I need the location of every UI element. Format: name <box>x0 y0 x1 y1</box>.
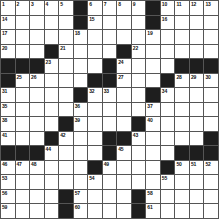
cell-14-11[interactable]: 58 <box>146 190 160 204</box>
cell-2-13[interactable] <box>175 16 189 30</box>
clue-number-7: 7 <box>104 1 107 7</box>
cell-9-12[interactable] <box>161 117 175 131</box>
cell-2-4[interactable] <box>45 16 59 30</box>
cell-3-14[interactable] <box>190 30 204 44</box>
clue-number-59: 59 <box>2 204 7 210</box>
black-cell-4-9 <box>117 45 131 59</box>
cell-12-4[interactable] <box>45 161 59 175</box>
cell-13-12[interactable]: 55 <box>161 175 175 189</box>
cell-5-12[interactable] <box>161 59 175 73</box>
black-cell-10-4 <box>45 132 59 146</box>
cell-7-5[interactable] <box>59 88 73 102</box>
cell-4-2[interactable] <box>16 45 30 59</box>
cell-15-4[interactable] <box>45 204 59 218</box>
cell-7-4[interactable] <box>45 88 59 102</box>
cell-13-3[interactable] <box>30 175 44 189</box>
cell-6-5[interactable] <box>59 74 73 88</box>
cell-2-2[interactable] <box>16 16 30 30</box>
black-cell-9-10 <box>132 117 146 131</box>
cell-5-7[interactable] <box>88 59 102 73</box>
cell-10-2[interactable] <box>16 132 30 146</box>
cell-14-3[interactable] <box>30 190 44 204</box>
cell-9-3[interactable] <box>30 117 44 131</box>
clue-number-43: 43 <box>133 132 138 138</box>
clue-number-54: 54 <box>89 175 94 181</box>
cell-14-4[interactable] <box>45 190 59 204</box>
black-cell-6-8 <box>103 74 117 88</box>
cell-8-3[interactable] <box>30 103 44 117</box>
clue-number-9: 9 <box>133 1 136 7</box>
cell-12-6[interactable] <box>74 161 88 175</box>
cell-9-14[interactable] <box>190 117 204 131</box>
black-cell-11-14 <box>190 146 204 160</box>
cell-1-13[interactable]: 11 <box>175 1 189 15</box>
black-cell-11-1 <box>1 146 15 160</box>
cell-1-14[interactable]: 12 <box>190 1 204 15</box>
cell-11-5[interactable] <box>59 146 73 160</box>
cell-6-15[interactable]: 30 <box>204 74 218 88</box>
cell-13-15[interactable] <box>204 175 218 189</box>
clue-number-57: 57 <box>75 190 80 196</box>
black-cell-5-8 <box>103 59 117 73</box>
clue-number-16: 16 <box>162 16 167 22</box>
cell-7-13[interactable] <box>175 88 189 102</box>
cell-11-4[interactable]: 44 <box>45 146 59 160</box>
clue-number-51: 51 <box>191 161 196 167</box>
cell-3-3[interactable] <box>30 30 44 44</box>
cell-12-3[interactable]: 48 <box>30 161 44 175</box>
black-cell-5-3 <box>30 59 44 73</box>
cell-7-15[interactable] <box>204 88 218 102</box>
black-cell-7-6 <box>74 88 88 102</box>
black-cell-12-7 <box>88 161 102 175</box>
cell-4-5[interactable]: 21 <box>59 45 73 59</box>
cell-3-8[interactable] <box>103 30 117 44</box>
black-cell-5-15 <box>204 59 218 73</box>
black-cell-1-11 <box>146 1 160 15</box>
cell-13-6[interactable] <box>74 175 88 189</box>
cell-2-7[interactable]: 15 <box>88 16 102 30</box>
cell-1-10[interactable]: 9 <box>132 1 146 15</box>
clue-number-25: 25 <box>17 74 22 80</box>
clue-number-5: 5 <box>60 1 63 7</box>
cell-1-2[interactable]: 2 <box>16 1 30 15</box>
clue-number-55: 55 <box>162 175 167 181</box>
black-cell-5-13 <box>175 59 189 73</box>
cell-2-9[interactable] <box>117 16 131 30</box>
cell-10-3[interactable] <box>30 132 44 146</box>
black-cell-6-12 <box>161 74 175 88</box>
cell-13-1[interactable]: 53 <box>1 175 15 189</box>
cell-8-14[interactable] <box>190 103 204 117</box>
cell-8-7[interactable] <box>88 103 102 117</box>
clue-number-29: 29 <box>191 74 196 80</box>
clue-number-17: 17 <box>2 30 7 36</box>
black-cell-5-14 <box>190 59 204 73</box>
cell-7-9[interactable] <box>117 88 131 102</box>
cell-1-9[interactable]: 8 <box>117 1 131 15</box>
clue-number-42: 42 <box>60 132 65 138</box>
cell-9-15[interactable] <box>204 117 218 131</box>
cell-13-9[interactable] <box>117 175 131 189</box>
cell-13-13[interactable] <box>175 175 189 189</box>
black-cell-11-8 <box>103 146 117 160</box>
cell-5-4[interactable]: 23 <box>45 59 59 73</box>
cell-5-5[interactable] <box>59 59 73 73</box>
cell-8-9[interactable] <box>117 103 131 117</box>
clue-number-28: 28 <box>176 74 181 80</box>
cell-6-11[interactable] <box>146 74 160 88</box>
cell-4-11[interactable] <box>146 45 160 59</box>
cell-8-13[interactable] <box>175 103 189 117</box>
cell-3-10[interactable] <box>132 30 146 44</box>
cell-14-6[interactable]: 57 <box>74 190 88 204</box>
clue-number-35: 35 <box>2 103 7 109</box>
black-cell-11-3 <box>30 146 44 160</box>
cell-13-5[interactable] <box>59 175 73 189</box>
clue-number-14: 14 <box>2 16 7 22</box>
black-cell-14-10 <box>132 190 146 204</box>
clue-number-2: 2 <box>17 1 20 7</box>
black-cell-15-10 <box>132 204 146 218</box>
cell-4-6[interactable] <box>74 45 88 59</box>
cell-8-1[interactable]: 35 <box>1 103 15 117</box>
black-cell-2-11 <box>146 16 160 30</box>
cell-15-9[interactable] <box>117 204 131 218</box>
clue-number-38: 38 <box>2 117 7 123</box>
cell-6-13[interactable]: 28 <box>175 74 189 88</box>
cell-2-8[interactable] <box>103 16 117 30</box>
black-cell-6-1 <box>1 74 15 88</box>
cell-4-15[interactable] <box>204 45 218 59</box>
cell-6-9[interactable]: 27 <box>117 74 131 88</box>
cell-7-12[interactable]: 34 <box>161 88 175 102</box>
cell-5-6[interactable] <box>74 59 88 73</box>
cell-12-11[interactable] <box>146 161 160 175</box>
clue-number-53: 53 <box>2 175 7 181</box>
cell-13-11[interactable] <box>146 175 160 189</box>
cell-9-9[interactable] <box>117 117 131 131</box>
cell-13-8[interactable] <box>103 175 117 189</box>
cell-5-10[interactable] <box>132 59 146 73</box>
cell-14-15[interactable] <box>204 190 218 204</box>
cell-3-9[interactable] <box>117 30 131 44</box>
cell-15-13[interactable] <box>175 204 189 218</box>
cell-13-7[interactable]: 54 <box>88 175 102 189</box>
clue-number-24: 24 <box>118 59 123 65</box>
cell-3-4[interactable] <box>45 30 59 44</box>
cell-15-14[interactable] <box>190 204 204 218</box>
clue-number-41: 41 <box>2 132 7 138</box>
cell-2-12[interactable]: 16 <box>161 16 175 30</box>
crossword-board: 1234567891011121314151617181920212223242… <box>0 0 219 219</box>
black-cell-2-6 <box>74 16 88 30</box>
cell-3-1[interactable]: 17 <box>1 30 15 44</box>
cell-9-4[interactable] <box>45 117 59 131</box>
cell-3-7[interactable] <box>88 30 102 44</box>
cell-4-8[interactable] <box>103 45 117 59</box>
cell-9-6[interactable]: 39 <box>74 117 88 131</box>
cell-9-8[interactable] <box>103 117 117 131</box>
cell-2-15[interactable] <box>204 16 218 30</box>
clue-number-47: 47 <box>17 161 22 167</box>
cell-12-8[interactable]: 49 <box>103 161 117 175</box>
cell-3-11[interactable]: 19 <box>146 30 160 44</box>
cell-2-10[interactable] <box>132 16 146 30</box>
cell-1-5[interactable]: 5 <box>59 1 73 15</box>
cell-2-5[interactable] <box>59 16 73 30</box>
cell-10-10[interactable]: 43 <box>132 132 146 146</box>
cell-2-3[interactable] <box>30 16 44 30</box>
clue-number-3: 3 <box>31 1 34 7</box>
cell-2-1[interactable]: 14 <box>1 16 15 30</box>
cell-3-6[interactable]: 18 <box>74 30 88 44</box>
black-cell-10-9 <box>117 132 131 146</box>
cell-12-15[interactable]: 52 <box>204 161 218 175</box>
cell-11-12[interactable] <box>161 146 175 160</box>
cell-15-2[interactable] <box>16 204 30 218</box>
cell-8-2[interactable] <box>16 103 30 117</box>
black-cell-14-5 <box>59 190 73 204</box>
cell-6-3[interactable]: 26 <box>30 74 44 88</box>
cell-1-1[interactable]: 1 <box>1 1 15 15</box>
black-cell-11-13 <box>175 146 189 160</box>
cell-6-6[interactable] <box>74 74 88 88</box>
cell-1-3[interactable]: 3 <box>30 1 44 15</box>
clue-number-19: 19 <box>147 30 152 36</box>
cell-9-1[interactable]: 38 <box>1 117 15 131</box>
cell-6-10[interactable] <box>132 74 146 88</box>
black-cell-10-8 <box>103 132 117 146</box>
black-cell-7-11 <box>146 88 160 102</box>
cell-11-9[interactable]: 45 <box>117 146 131 160</box>
cell-10-13[interactable] <box>175 132 189 146</box>
clue-number-48: 48 <box>31 161 36 167</box>
clue-number-61: 61 <box>147 204 152 210</box>
cell-7-1[interactable]: 31 <box>1 88 15 102</box>
cell-8-11[interactable]: 37 <box>146 103 160 117</box>
cell-6-4[interactable] <box>45 74 59 88</box>
clue-number-46: 46 <box>2 161 7 167</box>
black-cell-11-2 <box>16 146 30 160</box>
cell-7-14[interactable] <box>190 88 204 102</box>
cell-7-7[interactable]: 32 <box>88 88 102 102</box>
cell-4-12[interactable] <box>161 45 175 59</box>
cell-10-6[interactable] <box>74 132 88 146</box>
clue-number-12: 12 <box>191 1 196 7</box>
cell-11-7[interactable] <box>88 146 102 160</box>
clue-number-26: 26 <box>31 74 36 80</box>
clue-number-13: 13 <box>205 1 210 7</box>
black-cell-10-15 <box>204 132 218 146</box>
cell-5-9[interactable]: 24 <box>117 59 131 73</box>
clue-number-30: 30 <box>205 74 210 80</box>
cell-8-4[interactable] <box>45 103 59 117</box>
black-cell-15-5 <box>59 204 73 218</box>
cell-13-14[interactable] <box>190 175 204 189</box>
clue-number-60: 60 <box>75 204 80 210</box>
cell-14-12[interactable] <box>161 190 175 204</box>
clue-number-40: 40 <box>147 117 152 123</box>
cell-14-2[interactable] <box>16 190 30 204</box>
clue-number-10: 10 <box>162 1 167 7</box>
cell-3-12[interactable] <box>161 30 175 44</box>
black-cell-5-1 <box>1 59 15 73</box>
cell-13-10[interactable] <box>132 175 146 189</box>
cell-15-8[interactable] <box>103 204 117 218</box>
clue-number-45: 45 <box>118 146 123 152</box>
clue-number-1: 1 <box>2 1 5 7</box>
cell-9-11[interactable]: 40 <box>146 117 160 131</box>
clue-number-44: 44 <box>46 146 51 152</box>
cell-10-11[interactable] <box>146 132 160 146</box>
cell-4-13[interactable] <box>175 45 189 59</box>
cell-14-7[interactable] <box>88 190 102 204</box>
cell-3-15[interactable] <box>204 30 218 44</box>
cell-8-10[interactable] <box>132 103 146 117</box>
clue-number-18: 18 <box>75 30 80 36</box>
cell-10-7[interactable] <box>88 132 102 146</box>
cell-7-10[interactable] <box>132 88 146 102</box>
clue-number-39: 39 <box>75 117 80 123</box>
cell-12-1[interactable]: 46 <box>1 161 15 175</box>
cell-4-14[interactable] <box>190 45 204 59</box>
clue-number-23: 23 <box>46 59 51 65</box>
clue-number-36: 36 <box>75 103 80 109</box>
cell-4-1[interactable]: 20 <box>1 45 15 59</box>
black-cell-12-12 <box>161 161 175 175</box>
black-cell-11-15 <box>204 146 218 160</box>
cell-3-13[interactable] <box>175 30 189 44</box>
cell-9-2[interactable] <box>16 117 30 131</box>
cell-15-11[interactable]: 61 <box>146 204 160 218</box>
cell-13-4[interactable] <box>45 175 59 189</box>
cell-3-5[interactable] <box>59 30 73 44</box>
cell-12-10[interactable] <box>132 161 146 175</box>
cell-15-12[interactable] <box>161 204 175 218</box>
black-cell-9-5 <box>59 117 73 131</box>
clue-number-8: 8 <box>118 1 121 7</box>
cell-15-3[interactable] <box>30 204 44 218</box>
cell-4-10[interactable]: 22 <box>132 45 146 59</box>
cell-4-7[interactable] <box>88 45 102 59</box>
cell-8-6[interactable]: 36 <box>74 103 88 117</box>
clue-number-34: 34 <box>162 88 167 94</box>
clue-number-49: 49 <box>104 161 109 167</box>
cell-11-6[interactable] <box>74 146 88 160</box>
clue-number-32: 32 <box>89 88 94 94</box>
clue-number-58: 58 <box>147 190 152 196</box>
cell-1-8[interactable]: 7 <box>103 1 117 15</box>
cell-12-9[interactable] <box>117 161 131 175</box>
cell-15-1[interactable]: 59 <box>1 204 15 218</box>
clue-number-15: 15 <box>89 16 94 22</box>
cell-11-10[interactable] <box>132 146 146 160</box>
cell-12-2[interactable]: 47 <box>16 161 30 175</box>
cell-1-15[interactable]: 13 <box>204 1 218 15</box>
cell-15-6[interactable]: 60 <box>74 204 88 218</box>
cell-14-8[interactable] <box>103 190 117 204</box>
black-cell-4-4 <box>45 45 59 59</box>
clue-number-56: 56 <box>2 190 7 196</box>
cell-12-5[interactable] <box>59 161 73 175</box>
cell-6-2[interactable]: 25 <box>16 74 30 88</box>
cell-6-14[interactable]: 29 <box>190 74 204 88</box>
cell-9-13[interactable] <box>175 117 189 131</box>
cell-1-7[interactable]: 6 <box>88 1 102 15</box>
black-cell-1-6 <box>74 1 88 15</box>
cell-12-13[interactable]: 50 <box>175 161 189 175</box>
cell-14-14[interactable] <box>190 190 204 204</box>
cell-3-2[interactable] <box>16 30 30 44</box>
clue-number-52: 52 <box>205 161 210 167</box>
cell-10-5[interactable]: 42 <box>59 132 73 146</box>
cell-8-8[interactable] <box>103 103 117 117</box>
clue-number-50: 50 <box>176 161 181 167</box>
crossword-grid: 1234567891011121314151617181920212223242… <box>0 0 219 219</box>
cell-12-14[interactable]: 51 <box>190 161 204 175</box>
cell-15-15[interactable] <box>204 204 218 218</box>
cell-14-1[interactable]: 56 <box>1 190 15 204</box>
clue-number-20: 20 <box>2 45 7 51</box>
cell-7-3[interactable] <box>30 88 44 102</box>
cell-2-14[interactable] <box>190 16 204 30</box>
clue-number-27: 27 <box>118 74 123 80</box>
cell-9-7[interactable] <box>88 117 102 131</box>
clue-number-6: 6 <box>89 1 92 7</box>
cell-8-15[interactable] <box>204 103 218 117</box>
clue-number-22: 22 <box>133 45 138 51</box>
cell-8-5[interactable] <box>59 103 73 117</box>
clue-number-37: 37 <box>147 103 152 109</box>
clue-number-33: 33 <box>104 88 109 94</box>
cell-10-1[interactable]: 41 <box>1 132 15 146</box>
cell-1-12[interactable]: 10 <box>161 1 175 15</box>
black-cell-5-2 <box>16 59 30 73</box>
cell-7-8[interactable]: 33 <box>103 88 117 102</box>
clue-number-11: 11 <box>176 1 181 7</box>
clue-number-21: 21 <box>60 45 65 51</box>
cell-14-13[interactable] <box>175 190 189 204</box>
clue-number-4: 4 <box>46 1 49 7</box>
cell-10-14[interactable] <box>190 132 204 146</box>
clue-number-31: 31 <box>2 88 7 94</box>
cell-1-4[interactable]: 4 <box>45 1 59 15</box>
cell-8-12[interactable] <box>161 103 175 117</box>
cell-14-9[interactable] <box>117 190 131 204</box>
cell-10-12[interactable] <box>161 132 175 146</box>
cell-13-2[interactable] <box>16 175 30 189</box>
cell-7-2[interactable] <box>16 88 30 102</box>
cell-5-11[interactable] <box>146 59 160 73</box>
cell-15-7[interactable] <box>88 204 102 218</box>
cell-11-11[interactable] <box>146 146 160 160</box>
cell-4-3[interactable] <box>30 45 44 59</box>
black-cell-6-7 <box>88 74 102 88</box>
